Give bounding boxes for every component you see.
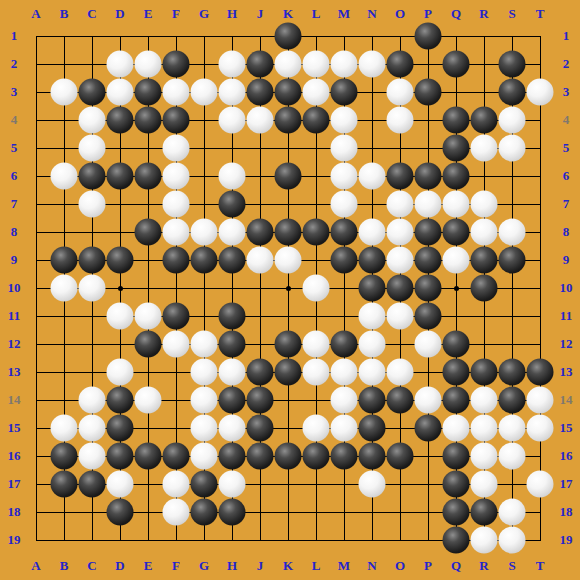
coord-bottom-A: A [24,559,48,573]
stone-black-P6[interactable] [415,163,442,190]
stone-white-H8[interactable] [219,219,246,246]
coord-bottom-M: M [332,559,356,573]
stone-black-R9[interactable] [471,247,498,274]
coord-left-9: 9 [2,253,26,267]
stone-black-Q13[interactable] [443,359,470,386]
stone-black-M12[interactable] [331,331,358,358]
stone-white-C5[interactable] [79,135,106,162]
stone-white-R17[interactable] [471,471,498,498]
star-point-Q10 [454,286,459,291]
stone-black-Q12[interactable] [443,331,470,358]
stone-white-E14[interactable] [135,387,162,414]
stone-white-F3[interactable] [163,79,190,106]
coord-right-16: 16 [554,449,578,463]
stone-black-R10[interactable] [471,275,498,302]
stone-black-S3[interactable] [499,79,526,106]
stone-white-R7[interactable] [471,191,498,218]
stone-black-J15[interactable] [247,415,274,442]
stone-white-L3[interactable] [303,79,330,106]
stone-white-R15[interactable] [471,415,498,442]
coord-top-J: J [248,7,272,21]
stone-white-L13[interactable] [303,359,330,386]
stone-black-F2[interactable] [163,51,190,78]
stone-white-G12[interactable] [191,331,218,358]
stone-white-D3[interactable] [107,79,134,106]
stone-white-M5[interactable] [331,135,358,162]
stone-white-C14[interactable] [79,387,106,414]
stone-black-F4[interactable] [163,107,190,134]
stone-white-D11[interactable] [107,303,134,330]
stone-white-F6[interactable] [163,163,190,190]
coord-top-F: F [164,7,188,21]
stone-white-H13[interactable] [219,359,246,386]
stone-black-C9[interactable] [79,247,106,274]
coord-top-L: L [304,7,328,21]
stone-black-N15[interactable] [359,415,386,442]
coord-bottom-C: C [80,559,104,573]
coord-top-G: G [192,7,216,21]
stone-white-P7[interactable] [415,191,442,218]
stone-black-K16[interactable] [275,443,302,470]
coord-right-7: 7 [554,197,578,211]
coord-bottom-N: N [360,559,384,573]
coord-top-R: R [472,7,496,21]
stone-black-O6[interactable] [387,163,414,190]
stone-white-O8[interactable] [387,219,414,246]
stone-white-P14[interactable] [415,387,442,414]
stone-white-F18[interactable] [163,499,190,526]
stone-black-Q2[interactable] [443,51,470,78]
stone-white-M6[interactable] [331,163,358,190]
stone-black-M9[interactable] [331,247,358,274]
stone-white-N13[interactable] [359,359,386,386]
stone-white-R16[interactable] [471,443,498,470]
stone-white-B10[interactable] [51,275,78,302]
stone-white-C10[interactable] [79,275,106,302]
stone-white-B6[interactable] [51,163,78,190]
stone-black-H18[interactable] [219,499,246,526]
coord-left-7: 7 [2,197,26,211]
stone-white-T14[interactable] [527,387,554,414]
stone-white-D13[interactable] [107,359,134,386]
stone-black-R13[interactable] [471,359,498,386]
stone-white-N17[interactable] [359,471,386,498]
stone-white-F17[interactable] [163,471,190,498]
coord-top-A: A [24,7,48,21]
stone-black-Q17[interactable] [443,471,470,498]
stone-black-Q19[interactable] [443,527,470,554]
coord-right-17: 17 [554,477,578,491]
stone-black-P1[interactable] [415,23,442,50]
stone-black-K6[interactable] [275,163,302,190]
stone-black-M8[interactable] [331,219,358,246]
stone-white-R19[interactable] [471,527,498,554]
stone-white-C4[interactable] [79,107,106,134]
stone-white-H17[interactable] [219,471,246,498]
coord-bottom-F: F [164,559,188,573]
stone-white-R8[interactable] [471,219,498,246]
stone-black-N16[interactable] [359,443,386,470]
stone-white-F12[interactable] [163,331,190,358]
stone-white-P12[interactable] [415,331,442,358]
coord-top-Q: Q [444,7,468,21]
stone-white-N11[interactable] [359,303,386,330]
stone-white-S15[interactable] [499,415,526,442]
stone-black-F9[interactable] [163,247,190,274]
stone-white-R5[interactable] [471,135,498,162]
stone-black-J3[interactable] [247,79,274,106]
coord-top-P: P [416,7,440,21]
coord-bottom-B: B [52,559,76,573]
coord-left-3: 3 [2,85,26,99]
stone-white-C16[interactable] [79,443,106,470]
stone-white-S4[interactable] [499,107,526,134]
stone-black-D6[interactable] [107,163,134,190]
stone-black-C3[interactable] [79,79,106,106]
stone-black-Q16[interactable] [443,443,470,470]
stone-white-R14[interactable] [471,387,498,414]
stone-black-G17[interactable] [191,471,218,498]
stone-black-E8[interactable] [135,219,162,246]
stone-white-N12[interactable] [359,331,386,358]
coord-bottom-D: D [108,559,132,573]
coord-right-4: 4 [554,113,578,127]
stone-black-H12[interactable] [219,331,246,358]
stone-white-T3[interactable] [527,79,554,106]
stone-black-H7[interactable] [219,191,246,218]
stone-white-Q9[interactable] [443,247,470,274]
coord-bottom-O: O [388,559,412,573]
stone-white-J4[interactable] [247,107,274,134]
stone-black-N9[interactable] [359,247,386,274]
stone-black-D18[interactable] [107,499,134,526]
coord-right-13: 13 [554,365,578,379]
stone-black-D14[interactable] [107,387,134,414]
stone-black-K12[interactable] [275,331,302,358]
stone-white-L10[interactable] [303,275,330,302]
coord-left-17: 17 [2,477,26,491]
stone-white-O7[interactable] [387,191,414,218]
stone-black-C6[interactable] [79,163,106,190]
stone-white-M7[interactable] [331,191,358,218]
stone-black-J13[interactable] [247,359,274,386]
stone-black-Q4[interactable] [443,107,470,134]
coord-bottom-T: T [528,559,552,573]
stone-white-O9[interactable] [387,247,414,274]
coord-right-12: 12 [554,337,578,351]
stone-white-J9[interactable] [247,247,274,274]
coord-right-15: 15 [554,421,578,435]
stone-black-E4[interactable] [135,107,162,134]
stone-white-H3[interactable] [219,79,246,106]
coord-left-19: 19 [2,533,26,547]
stone-black-L4[interactable] [303,107,330,134]
coord-left-18: 18 [2,505,26,519]
stone-white-K2[interactable] [275,51,302,78]
coord-right-1: 1 [554,29,578,43]
stone-black-L8[interactable] [303,219,330,246]
coord-right-18: 18 [554,505,578,519]
stone-black-D16[interactable] [107,443,134,470]
stone-white-B3[interactable] [51,79,78,106]
stone-white-H4[interactable] [219,107,246,134]
stone-black-Q14[interactable] [443,387,470,414]
stone-white-T15[interactable] [527,415,554,442]
stone-white-M13[interactable] [331,359,358,386]
stone-black-D9[interactable] [107,247,134,274]
stone-white-M2[interactable] [331,51,358,78]
coord-left-8: 8 [2,225,26,239]
coord-top-K: K [276,7,300,21]
stone-white-S8[interactable] [499,219,526,246]
coord-left-13: 13 [2,365,26,379]
stone-black-O2[interactable] [387,51,414,78]
stone-white-D17[interactable] [107,471,134,498]
stone-black-O10[interactable] [387,275,414,302]
coord-top-C: C [80,7,104,21]
stone-white-S19[interactable] [499,527,526,554]
stone-black-E12[interactable] [135,331,162,358]
coord-left-2: 2 [2,57,26,71]
stone-white-N6[interactable] [359,163,386,190]
coord-bottom-L: L [304,559,328,573]
stone-white-Q7[interactable] [443,191,470,218]
stone-white-E2[interactable] [135,51,162,78]
coord-bottom-P: P [416,559,440,573]
stone-black-P9[interactable] [415,247,442,274]
coord-right-8: 8 [554,225,578,239]
stone-black-P8[interactable] [415,219,442,246]
stone-white-S16[interactable] [499,443,526,470]
stone-black-P15[interactable] [415,415,442,442]
coord-right-3: 3 [554,85,578,99]
stone-black-H9[interactable] [219,247,246,274]
stone-white-T17[interactable] [527,471,554,498]
stone-white-O3[interactable] [387,79,414,106]
stone-white-L12[interactable] [303,331,330,358]
coord-top-S: S [500,7,524,21]
coord-top-H: H [220,7,244,21]
stone-black-P11[interactable] [415,303,442,330]
stone-white-L15[interactable] [303,415,330,442]
stone-black-H11[interactable] [219,303,246,330]
coord-right-6: 6 [554,169,578,183]
coord-bottom-J: J [248,559,272,573]
stone-white-E11[interactable] [135,303,162,330]
stone-black-K3[interactable] [275,79,302,106]
stone-white-K9[interactable] [275,247,302,274]
stone-black-J8[interactable] [247,219,274,246]
coord-right-10: 10 [554,281,578,295]
stone-black-T13[interactable] [527,359,554,386]
stone-white-N2[interactable] [359,51,386,78]
stone-white-Q15[interactable] [443,415,470,442]
coord-left-12: 12 [2,337,26,351]
stone-white-G8[interactable] [191,219,218,246]
coord-top-E: E [136,7,160,21]
coord-bottom-R: R [472,559,496,573]
coord-top-O: O [388,7,412,21]
stone-white-O13[interactable] [387,359,414,386]
stone-black-M3[interactable] [331,79,358,106]
coord-bottom-H: H [220,559,244,573]
stone-white-F8[interactable] [163,219,190,246]
stone-white-S5[interactable] [499,135,526,162]
stone-black-C17[interactable] [79,471,106,498]
stone-white-H15[interactable] [219,415,246,442]
coord-left-4: 4 [2,113,26,127]
stone-white-G14[interactable] [191,387,218,414]
stone-black-G9[interactable] [191,247,218,274]
stone-black-E16[interactable] [135,443,162,470]
stone-black-H16[interactable] [219,443,246,470]
stone-black-E6[interactable] [135,163,162,190]
coord-top-N: N [360,7,384,21]
stone-white-G3[interactable] [191,79,218,106]
stone-white-G15[interactable] [191,415,218,442]
coord-right-14: 14 [554,393,578,407]
stone-white-C7[interactable] [79,191,106,218]
stone-black-K1[interactable] [275,23,302,50]
stone-white-L2[interactable] [303,51,330,78]
stone-white-B15[interactable] [51,415,78,442]
stone-black-P3[interactable] [415,79,442,106]
stone-white-M14[interactable] [331,387,358,414]
coord-right-5: 5 [554,141,578,155]
coord-top-D: D [108,7,132,21]
coord-bottom-K: K [276,559,300,573]
stone-white-G16[interactable] [191,443,218,470]
coord-right-9: 9 [554,253,578,267]
stone-black-Q5[interactable] [443,135,470,162]
stone-white-F7[interactable] [163,191,190,218]
stone-black-O16[interactable] [387,443,414,470]
stone-black-K13[interactable] [275,359,302,386]
go-board[interactable]: AABBCCDDEEFFGGHHJJKKLLMMNNOOPPQQRRSSTT11… [0,0,580,580]
stone-white-M15[interactable] [331,415,358,442]
coord-bottom-S: S [500,559,524,573]
stone-black-R4[interactable] [471,107,498,134]
coord-right-2: 2 [554,57,578,71]
star-point-K10 [286,286,291,291]
coord-left-11: 11 [2,309,26,323]
stone-white-F5[interactable] [163,135,190,162]
stone-black-G18[interactable] [191,499,218,526]
stone-black-N10[interactable] [359,275,386,302]
stone-white-G13[interactable] [191,359,218,386]
stone-black-J2[interactable] [247,51,274,78]
stone-black-S9[interactable] [499,247,526,274]
stone-black-J14[interactable] [247,387,274,414]
stone-white-C15[interactable] [79,415,106,442]
grid-line-v [540,36,541,541]
coord-bottom-Q: Q [444,559,468,573]
coord-left-10: 10 [2,281,26,295]
stone-black-H14[interactable] [219,387,246,414]
stone-white-S18[interactable] [499,499,526,526]
coord-right-19: 19 [554,533,578,547]
coord-top-B: B [52,7,76,21]
coord-bottom-G: G [192,559,216,573]
stone-black-D15[interactable] [107,415,134,442]
stone-white-M4[interactable] [331,107,358,134]
stone-black-Q6[interactable] [443,163,470,190]
stone-black-R18[interactable] [471,499,498,526]
stone-white-O4[interactable] [387,107,414,134]
stone-black-S2[interactable] [499,51,526,78]
stone-black-F16[interactable] [163,443,190,470]
coord-left-15: 15 [2,421,26,435]
stone-black-P10[interactable] [415,275,442,302]
stone-black-E3[interactable] [135,79,162,106]
coord-top-T: T [528,7,552,21]
coord-right-11: 11 [554,309,578,323]
stone-black-O14[interactable] [387,387,414,414]
coord-left-5: 5 [2,141,26,155]
star-point-D10 [118,286,123,291]
stone-black-L16[interactable] [303,443,330,470]
stone-white-O11[interactable] [387,303,414,330]
stone-black-K4[interactable] [275,107,302,134]
stone-black-D4[interactable] [107,107,134,134]
stone-black-K8[interactable] [275,219,302,246]
stone-black-S13[interactable] [499,359,526,386]
coord-left-6: 6 [2,169,26,183]
coord-left-1: 1 [2,29,26,43]
stone-black-Q8[interactable] [443,219,470,246]
coord-left-16: 16 [2,449,26,463]
stone-black-J16[interactable] [247,443,274,470]
stone-black-B16[interactable] [51,443,78,470]
stone-white-N8[interactable] [359,219,386,246]
coord-left-14: 14 [2,393,26,407]
coord-top-M: M [332,7,356,21]
stone-black-F11[interactable] [163,303,190,330]
stone-white-D2[interactable] [107,51,134,78]
stone-black-S14[interactable] [499,387,526,414]
stone-black-B17[interactable] [51,471,78,498]
stone-black-N14[interactable] [359,387,386,414]
stone-white-H2[interactable] [219,51,246,78]
stone-black-Q18[interactable] [443,499,470,526]
stone-white-H6[interactable] [219,163,246,190]
stone-black-M16[interactable] [331,443,358,470]
coord-bottom-E: E [136,559,160,573]
stone-black-B9[interactable] [51,247,78,274]
